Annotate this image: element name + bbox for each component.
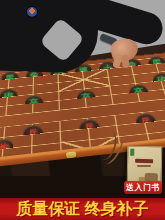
- gift-book-subtitle-bar: [137, 165, 151, 167]
- promo-banner: 质量保证 终身补子: [0, 198, 165, 220]
- promo-banner-text: 质量保证 终身补子: [16, 201, 148, 217]
- product-photo-scene: 車馬象士將士象馬車砲砲卒卒卒卒卒兵兵兵兵兵炮炮車馬相仕帥仕相馬車 送入门书: [0, 0, 165, 220]
- piece-character: 兵: [83, 123, 95, 134]
- piece-character: 炮: [0, 143, 9, 154]
- gift-book-cover-mark: [130, 149, 134, 156]
- photo-area: 車馬象士將士象馬車砲砲卒卒卒卒卒兵兵兵兵兵炮炮車馬相仕帥仕相馬車 送入门书: [0, 0, 165, 198]
- gift-book-title-bar: [135, 159, 153, 163]
- gift-label-text: 送入门书: [126, 184, 160, 192]
- piece-character: 兵: [27, 129, 38, 140]
- shirt-logo-badge-icon: [27, 7, 37, 17]
- gift-label: 送入门书: [124, 181, 162, 194]
- piece-character: 兵: [139, 117, 151, 128]
- person-finger: [121, 55, 129, 69]
